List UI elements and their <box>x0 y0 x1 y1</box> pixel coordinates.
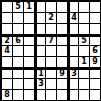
empty-cell-r6c1[interactable] <box>2 57 12 67</box>
given-cell-r4c1: 2 <box>2 35 12 45</box>
empty-cell-r6c4[interactable] <box>35 57 45 67</box>
given-cell-r7c4: 1 <box>35 68 45 78</box>
empty-cell-r9c6[interactable] <box>57 90 67 100</box>
empty-cell-r3c1[interactable] <box>2 24 12 34</box>
empty-cell-r9c5[interactable] <box>46 90 56 100</box>
given-cell-r6c9: 9 <box>90 57 100 67</box>
empty-cell-r1c6[interactable] <box>57 2 67 12</box>
empty-cell-r1c1[interactable] <box>2 2 12 12</box>
given-cell-r5c9: 6 <box>90 46 100 56</box>
empty-cell-r3c2[interactable] <box>13 24 23 34</box>
given-cell-r1c2: 5 <box>13 2 23 12</box>
empty-cell-r9c8[interactable] <box>79 90 89 100</box>
empty-cell-r3c9[interactable] <box>90 24 100 34</box>
empty-cell-r9c2[interactable] <box>13 90 23 100</box>
empty-cell-r9c9[interactable] <box>90 90 100 100</box>
empty-cell-r8c8[interactable] <box>79 79 89 89</box>
empty-cell-r7c9[interactable] <box>90 68 100 78</box>
given-cell-r2c7: 4 <box>68 13 78 23</box>
empty-cell-r2c8[interactable] <box>79 13 89 23</box>
given-cell-r2c5: 2 <box>46 13 56 23</box>
empty-cell-r5c3[interactable] <box>24 46 34 56</box>
empty-cell-r2c2[interactable] <box>13 13 23 23</box>
empty-cell-r7c3[interactable] <box>24 68 34 78</box>
empty-cell-r7c2[interactable] <box>13 68 23 78</box>
given-cell-r8c4: 3 <box>35 79 45 89</box>
empty-cell-r5c7[interactable] <box>68 46 78 56</box>
empty-cell-r4c7[interactable] <box>68 35 78 45</box>
empty-cell-r9c3[interactable] <box>24 90 34 100</box>
empty-cell-r2c4[interactable] <box>35 13 45 23</box>
empty-cell-r1c7[interactable] <box>68 2 78 12</box>
empty-cell-r6c5[interactable] <box>46 57 56 67</box>
empty-cell-r4c6[interactable] <box>57 35 67 45</box>
empty-cell-r9c7[interactable] <box>68 90 78 100</box>
empty-cell-r1c4[interactable] <box>35 2 45 12</box>
empty-cell-r8c6[interactable] <box>57 79 67 89</box>
empty-cell-r7c5[interactable] <box>46 68 56 78</box>
empty-cell-r8c7[interactable] <box>68 79 78 89</box>
given-cell-r9c1: 8 <box>2 90 12 100</box>
given-cell-r4c8: 5 <box>79 35 89 45</box>
empty-cell-r6c7[interactable] <box>68 57 78 67</box>
empty-cell-r5c4[interactable] <box>35 46 45 56</box>
empty-cell-r8c5[interactable] <box>46 79 56 89</box>
empty-cell-r2c9[interactable] <box>90 13 100 23</box>
empty-cell-r3c8[interactable] <box>79 24 89 34</box>
sudoku-screenshot: 51242675461919338 <box>0 0 101 101</box>
empty-cell-r8c2[interactable] <box>13 79 23 89</box>
empty-cell-r3c5[interactable] <box>46 24 56 34</box>
given-cell-r4c5: 7 <box>46 35 56 45</box>
empty-cell-r7c1[interactable] <box>2 68 12 78</box>
empty-cell-r5c5[interactable] <box>46 46 56 56</box>
given-cell-r1c3: 1 <box>24 2 34 12</box>
empty-cell-r4c3[interactable] <box>24 35 34 45</box>
empty-cell-r6c2[interactable] <box>13 57 23 67</box>
empty-cell-r6c6[interactable] <box>57 57 67 67</box>
empty-cell-r8c1[interactable] <box>2 79 12 89</box>
empty-cell-r4c9[interactable] <box>90 35 100 45</box>
empty-cell-r3c4[interactable] <box>35 24 45 34</box>
empty-cell-r1c8[interactable] <box>79 2 89 12</box>
empty-cell-r1c9[interactable] <box>90 2 100 12</box>
empty-cell-r5c8[interactable] <box>79 46 89 56</box>
given-cell-r4c2: 6 <box>13 35 23 45</box>
given-cell-r7c7: 3 <box>68 68 78 78</box>
empty-cell-r5c2[interactable] <box>13 46 23 56</box>
empty-cell-r7c8[interactable] <box>79 68 89 78</box>
given-cell-r5c1: 4 <box>2 46 12 56</box>
given-cell-r7c6: 9 <box>57 68 67 78</box>
empty-cell-r9c4[interactable] <box>35 90 45 100</box>
empty-cell-r5c6[interactable] <box>57 46 67 56</box>
given-cell-r6c8: 1 <box>79 57 89 67</box>
empty-cell-r2c3[interactable] <box>24 13 34 23</box>
empty-cell-r6c3[interactable] <box>24 57 34 67</box>
empty-cell-r4c4[interactable] <box>35 35 45 45</box>
empty-cell-r3c7[interactable] <box>68 24 78 34</box>
empty-cell-r3c6[interactable] <box>57 24 67 34</box>
empty-cell-r8c9[interactable] <box>90 79 100 89</box>
sudoku-board: 51242675461919338 <box>0 0 101 101</box>
empty-cell-r3c3[interactable] <box>24 24 34 34</box>
empty-cell-r2c1[interactable] <box>2 13 12 23</box>
empty-cell-r2c6[interactable] <box>57 13 67 23</box>
empty-cell-r8c3[interactable] <box>24 79 34 89</box>
empty-cell-r1c5[interactable] <box>46 2 56 12</box>
